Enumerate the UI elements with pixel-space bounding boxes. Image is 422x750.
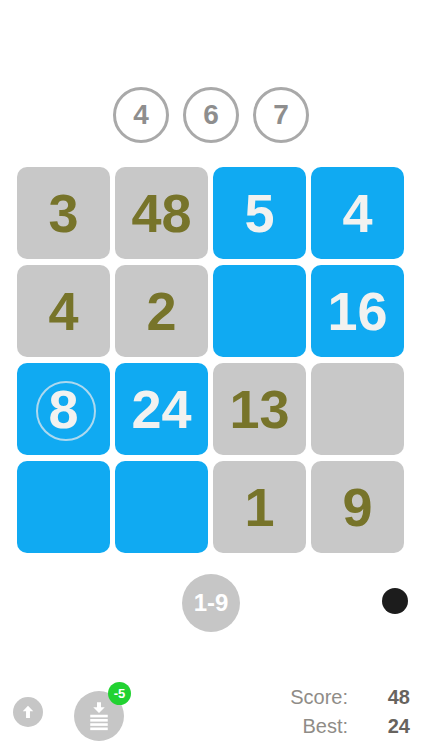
upcoming-number-1[interactable]: 4 <box>113 87 169 143</box>
tile-r1c1[interactable]: 3 <box>17 167 110 259</box>
tile-r4c1[interactable] <box>17 461 110 553</box>
tile-r2c2[interactable]: 2 <box>115 265 208 357</box>
tile-r1c3[interactable]: 5 <box>213 167 306 259</box>
tile-r3c4[interactable] <box>311 363 404 455</box>
tile-r4c4[interactable]: 9 <box>311 461 404 553</box>
best-value: 24 <box>348 715 410 738</box>
score-row: Score: 48 <box>0 686 410 715</box>
tile-r2c3[interactable] <box>213 265 306 357</box>
upcoming-number-3[interactable]: 7 <box>253 87 309 143</box>
tile-r3c2[interactable]: 24 <box>115 363 208 455</box>
scoreboard: Score: 48 Best: 24 <box>0 686 410 744</box>
upcoming-numbers-row: 4 6 7 <box>0 87 422 143</box>
tile-r4c3[interactable]: 1 <box>213 461 306 553</box>
best-row: Best: 24 <box>0 715 410 744</box>
tile-r3c3[interactable]: 13 <box>213 363 306 455</box>
tile-r2c4[interactable]: 16 <box>311 265 404 357</box>
black-dot-indicator <box>382 588 408 614</box>
tile-r2c1[interactable]: 4 <box>17 265 110 357</box>
number-dispenser-button[interactable]: 1-9 <box>182 574 240 632</box>
tile-r1c2[interactable]: 48 <box>115 167 208 259</box>
best-label: Best: <box>302 715 348 738</box>
score-value: 48 <box>348 686 410 709</box>
game-board: 3 48 5 4 4 2 16 8 24 13 1 9 <box>17 167 404 553</box>
tile-r4c2[interactable] <box>115 461 208 553</box>
score-label: Score: <box>290 686 348 709</box>
upcoming-number-2[interactable]: 6 <box>183 87 239 143</box>
tile-r3c1[interactable]: 8 <box>17 363 110 455</box>
tile-r1c4[interactable]: 4 <box>311 167 404 259</box>
